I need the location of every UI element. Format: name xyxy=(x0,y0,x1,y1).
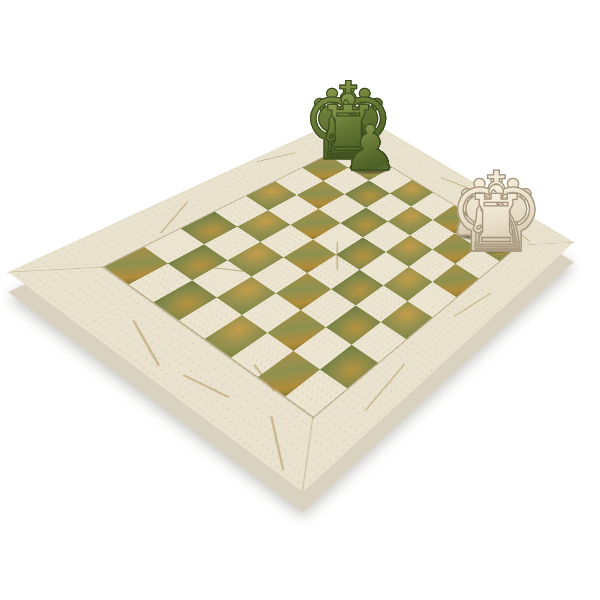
stone-vein xyxy=(183,374,230,397)
stone-vein xyxy=(337,242,338,270)
frame-mitre-seam xyxy=(351,112,356,143)
stone-vein xyxy=(271,416,285,471)
frame-mitre-seam xyxy=(302,417,314,493)
frame-mitre-seam xyxy=(519,242,574,245)
stone-vein xyxy=(440,177,479,192)
stone-vein xyxy=(454,293,492,317)
stone-vein xyxy=(133,320,160,366)
frame-mitre-seam xyxy=(7,267,104,273)
stone-vein xyxy=(257,152,296,162)
stone-vein xyxy=(508,223,531,242)
chess-set-photo: ♜♞♝♛♚♝♞♜♟♟♟♟♟♟♟♟♟♟♟♟♟♟♟♟♜♞♝♛♚♝♞♜ xyxy=(0,0,600,600)
chess-board xyxy=(8,112,574,492)
